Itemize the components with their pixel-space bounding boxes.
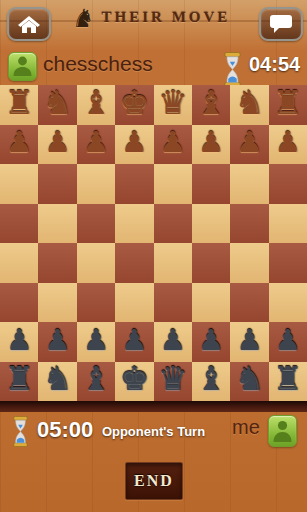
piece-white-queen[interactable]: ♛ [158, 84, 188, 122]
piece-white-pawn[interactable]: ♟ [275, 123, 301, 161]
square-d2[interactable]: ♟ [154, 125, 192, 165]
end-button[interactable]: END [125, 462, 183, 500]
square-h8[interactable]: ♜ [0, 362, 38, 402]
piece-black-bishop[interactable]: ♝ [196, 360, 226, 398]
square-c1[interactable]: ♝ [192, 85, 230, 125]
square-b1[interactable]: ♞ [230, 85, 268, 125]
square-g3[interactable] [38, 164, 76, 204]
piece-black-rook[interactable]: ♜ [4, 360, 34, 398]
square-d4[interactable] [154, 204, 192, 244]
square-e2[interactable]: ♟ [115, 125, 153, 165]
square-d3[interactable] [154, 164, 192, 204]
piece-black-pawn[interactable]: ♟ [121, 321, 147, 359]
square-c3[interactable] [192, 164, 230, 204]
piece-white-pawn[interactable]: ♟ [45, 123, 71, 161]
square-e4[interactable] [115, 204, 153, 244]
square-e1[interactable]: ♚ [115, 85, 153, 125]
square-f2[interactable]: ♟ [77, 125, 115, 165]
square-c8[interactable]: ♝ [192, 362, 230, 402]
piece-white-knight[interactable]: ♞ [43, 84, 73, 122]
my-name: me [232, 416, 260, 439]
square-b3[interactable] [230, 164, 268, 204]
square-e8[interactable]: ♚ [115, 362, 153, 402]
square-a2[interactable]: ♟ [269, 125, 307, 165]
square-a1[interactable]: ♜ [269, 85, 307, 125]
piece-black-pawn[interactable]: ♟ [275, 321, 301, 359]
board-edge [0, 401, 307, 412]
piece-black-king[interactable]: ♚ [120, 360, 150, 398]
piece-white-king[interactable]: ♚ [120, 84, 150, 122]
square-d5[interactable] [154, 243, 192, 283]
square-e6[interactable] [115, 283, 153, 323]
piece-black-bishop[interactable]: ♝ [81, 360, 111, 398]
piece-black-queen[interactable]: ♛ [158, 360, 188, 398]
piece-black-knight[interactable]: ♞ [235, 360, 265, 398]
person-icon [272, 418, 293, 446]
piece-black-pawn[interactable]: ♟ [83, 321, 109, 359]
chat-button[interactable] [259, 7, 303, 41]
square-h7[interactable]: ♟ [0, 322, 38, 362]
square-f8[interactable]: ♝ [77, 362, 115, 402]
square-d6[interactable] [154, 283, 192, 323]
piece-white-rook[interactable]: ♜ [4, 84, 34, 122]
home-icon [17, 15, 41, 34]
square-h5[interactable] [0, 243, 38, 283]
square-b5[interactable] [230, 243, 268, 283]
end-button-label: END [134, 472, 174, 490]
square-f3[interactable] [77, 164, 115, 204]
chess-board: ♜♞♝♚♛♝♞♜♟♟♟♟♟♟♟♟♟♟♟♟♟♟♟♟♜♞♝♚♛♝♞♜ [0, 85, 307, 401]
piece-black-knight[interactable]: ♞ [43, 360, 73, 398]
square-e3[interactable] [115, 164, 153, 204]
piece-white-pawn[interactable]: ♟ [121, 123, 147, 161]
piece-black-pawn[interactable]: ♟ [236, 321, 262, 359]
square-g7[interactable]: ♟ [38, 322, 76, 362]
opponent-name: chesschess [43, 52, 153, 76]
piece-black-pawn[interactable]: ♟ [160, 321, 186, 359]
square-b8[interactable]: ♞ [230, 362, 268, 402]
square-a8[interactable]: ♜ [269, 362, 307, 402]
piece-white-pawn[interactable]: ♟ [83, 123, 109, 161]
square-f5[interactable] [77, 243, 115, 283]
square-e7[interactable]: ♟ [115, 322, 153, 362]
square-b4[interactable] [230, 204, 268, 244]
piece-white-pawn[interactable]: ♟ [160, 123, 186, 161]
square-c7[interactable]: ♟ [192, 322, 230, 362]
chat-bubble-icon [269, 14, 293, 34]
opponent-avatar[interactable] [8, 52, 37, 81]
square-d7[interactable]: ♟ [154, 322, 192, 362]
square-c5[interactable] [192, 243, 230, 283]
square-g1[interactable]: ♞ [38, 85, 76, 125]
piece-black-pawn[interactable]: ♟ [45, 321, 71, 359]
home-button[interactable] [7, 7, 51, 41]
piece-white-knight[interactable]: ♞ [235, 84, 265, 122]
square-f7[interactable]: ♟ [77, 322, 115, 362]
square-b7[interactable]: ♟ [230, 322, 268, 362]
square-b6[interactable] [230, 283, 268, 323]
square-g5[interactable] [38, 243, 76, 283]
piece-black-rook[interactable]: ♜ [273, 360, 303, 398]
page-title: THEIR MOVE [92, 9, 240, 26]
square-h6[interactable] [0, 283, 38, 323]
turn-status: Opponent's Turn [0, 424, 307, 439]
square-f4[interactable] [77, 204, 115, 244]
square-d1[interactable]: ♛ [154, 85, 192, 125]
piece-white-pawn[interactable]: ♟ [6, 123, 32, 161]
opponent-clock: 04:54 [249, 53, 300, 76]
square-g2[interactable]: ♟ [38, 125, 76, 165]
square-g6[interactable] [38, 283, 76, 323]
piece-white-bishop[interactable]: ♝ [196, 84, 226, 122]
square-c6[interactable] [192, 283, 230, 323]
square-a4[interactable] [269, 204, 307, 244]
piece-white-bishop[interactable]: ♝ [81, 84, 111, 122]
piece-white-pawn[interactable]: ♟ [236, 123, 262, 161]
square-c4[interactable] [192, 204, 230, 244]
square-h3[interactable] [0, 164, 38, 204]
piece-white-rook[interactable]: ♜ [273, 84, 303, 122]
square-b2[interactable]: ♟ [230, 125, 268, 165]
my-avatar[interactable] [268, 415, 297, 447]
chess-app-screen: ♞ THEIR MOVE chesschess 04:54 [0, 0, 307, 512]
square-a6[interactable] [269, 283, 307, 323]
square-d8[interactable]: ♛ [154, 362, 192, 402]
square-a3[interactable] [269, 164, 307, 204]
square-e5[interactable] [115, 243, 153, 283]
square-a5[interactable] [269, 243, 307, 283]
square-c2[interactable]: ♟ [192, 125, 230, 165]
square-f1[interactable]: ♝ [77, 85, 115, 125]
piece-white-pawn[interactable]: ♟ [198, 123, 224, 161]
piece-black-pawn[interactable]: ♟ [198, 321, 224, 359]
square-f6[interactable] [77, 283, 115, 323]
square-h2[interactable]: ♟ [0, 125, 38, 165]
person-icon [12, 54, 33, 80]
square-h1[interactable]: ♜ [0, 85, 38, 125]
square-g8[interactable]: ♞ [38, 362, 76, 402]
square-a7[interactable]: ♟ [269, 322, 307, 362]
square-h4[interactable] [0, 204, 38, 244]
piece-black-pawn[interactable]: ♟ [6, 321, 32, 359]
square-g4[interactable] [38, 204, 76, 244]
